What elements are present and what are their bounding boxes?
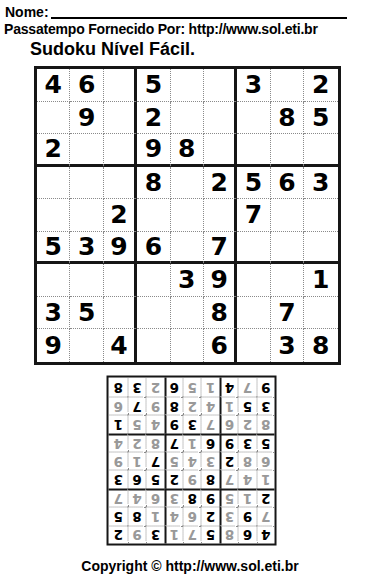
sudoku-cell-r4c1 — [37, 167, 70, 200]
solution-cell-r9c7: 2 — [146, 378, 164, 396]
sudoku-cell-r5c8 — [271, 199, 304, 232]
sudoku-cell-r6c5 — [171, 232, 204, 265]
solution-cell-r8c6: 8 — [164, 396, 182, 414]
solution-cell-r4c5: 9 — [183, 470, 201, 488]
solution-cell-r5c2: 8 — [238, 452, 256, 470]
sudoku-cell-r5c6 — [204, 199, 237, 232]
sudoku-cell-r9c4 — [137, 329, 170, 362]
sudoku-cell-r2c1 — [37, 102, 70, 135]
solution-cell-r2c4: 2 — [201, 507, 219, 525]
sudoku-cell-r6c6: 7 — [204, 232, 237, 265]
solution-cell-r5c8: 1 — [127, 452, 145, 470]
sudoku-cell-r8c1: 3 — [37, 297, 70, 330]
sudoku-cell-r6c3: 9 — [104, 232, 137, 265]
sudoku-cell-r1c3 — [104, 69, 137, 102]
solution-cell-r6c9: 4 — [109, 433, 127, 451]
solution-cell-r6c3: 9 — [219, 433, 237, 451]
solution-cell-r1c5: 7 — [183, 525, 201, 543]
sudoku-cell-r7c9: 1 — [304, 264, 337, 297]
solution-cell-r7c1: 8 — [256, 415, 274, 433]
page-title: Sudoku Nível Fácil. — [30, 40, 195, 59]
sudoku-cell-r7c1 — [37, 264, 70, 297]
solution-cell-r4c3: 7 — [219, 470, 237, 488]
sudoku-cell-r8c9 — [304, 297, 337, 330]
sudoku-cell-r3c4: 9 — [137, 134, 170, 167]
sudoku-cell-r6c2: 3 — [70, 232, 103, 265]
sudoku-cell-r7c3 — [104, 264, 137, 297]
solution-cell-r7c5: 3 — [183, 415, 201, 433]
solution-cell-r2c5: 6 — [183, 507, 201, 525]
sudoku-cell-r2c2: 9 — [70, 102, 103, 135]
name-fill-line — [51, 4, 347, 19]
sudoku-cell-r6c8 — [271, 232, 304, 265]
solution-cell-r7c2: 2 — [238, 415, 256, 433]
solution-cell-r9c5: 5 — [183, 378, 201, 396]
sudoku-cell-r1c2: 6 — [70, 69, 103, 102]
sudoku-cell-r4c8: 6 — [271, 167, 304, 200]
sudoku-cell-r8c8: 7 — [271, 297, 304, 330]
sudoku-cell-r9c1: 9 — [37, 329, 70, 362]
solution-cell-r4c1: 1 — [256, 470, 274, 488]
sudoku-cell-r3c5: 8 — [171, 134, 204, 167]
sudoku-cell-r4c7: 5 — [237, 167, 270, 200]
solution-cell-r2c1: 7 — [256, 507, 274, 525]
sudoku-cell-r5c4 — [137, 199, 170, 232]
solution-cell-r4c8: 6 — [127, 470, 145, 488]
solution-cell-r2c8: 8 — [127, 507, 145, 525]
name-label: Nome: — [5, 5, 49, 19]
sudoku-cell-r8c3 — [104, 297, 137, 330]
solution-cell-r8c7: 9 — [146, 396, 164, 414]
sudoku-cell-r3c2 — [70, 134, 103, 167]
solution-cell-r4c4: 8 — [201, 470, 219, 488]
copyright-footer: Copyright © http://www.sol.eti.br — [0, 558, 380, 574]
sudoku-cell-r3c7 — [237, 134, 270, 167]
solution-cell-r2c9: 5 — [109, 507, 127, 525]
solution-cell-r1c1: 4 — [256, 525, 274, 543]
sudoku-cell-r1c1: 4 — [37, 69, 70, 102]
solution-cell-r8c9: 6 — [109, 396, 127, 414]
solution-cell-r4c7: 5 — [146, 470, 164, 488]
solution-cell-r1c3: 8 — [219, 525, 237, 543]
sudoku-cell-r1c7: 3 — [237, 69, 270, 102]
sudoku-cell-r4c5 — [171, 167, 204, 200]
solution-cell-r8c2: 5 — [238, 396, 256, 414]
sudoku-cell-r8c5 — [171, 297, 204, 330]
solution-cell-r3c4: 9 — [201, 488, 219, 506]
sudoku-cell-r2c3 — [104, 102, 137, 135]
sudoku-cell-r4c2 — [70, 167, 103, 200]
solution-cell-r7c3: 6 — [219, 415, 237, 433]
solution-cell-r9c9: 8 — [109, 378, 127, 396]
solution-cell-r6c2: 3 — [238, 433, 256, 451]
sudoku-cell-r2c5 — [171, 102, 204, 135]
sudoku-cell-r6c7 — [237, 232, 270, 265]
sudoku-cell-r8c7 — [237, 297, 270, 330]
sudoku-cell-r2c6 — [204, 102, 237, 135]
solution-cell-r3c5: 8 — [183, 488, 201, 506]
sudoku-cell-r7c4 — [137, 264, 170, 297]
sudoku-cell-r3c1: 2 — [37, 134, 70, 167]
solution-cell-r3c7: 6 — [146, 488, 164, 506]
sudoku-cell-r9c3: 4 — [104, 329, 137, 362]
sudoku-cell-r5c3: 2 — [104, 199, 137, 232]
solution-cell-r9c8: 3 — [127, 378, 145, 396]
solution-cell-r6c7: 8 — [146, 433, 164, 451]
solution-cell-r9c6: 6 — [164, 378, 182, 396]
sudoku-cell-r9c9: 8 — [304, 329, 337, 362]
sudoku-cell-r2c8: 8 — [271, 102, 304, 135]
sudoku-cell-r6c9 — [304, 232, 337, 265]
solution-cell-r5c7: 7 — [146, 452, 164, 470]
sudoku-cell-r2c7 — [237, 102, 270, 135]
solution-cell-r6c6: 7 — [164, 433, 182, 451]
sudoku-cell-r4c6: 2 — [204, 167, 237, 200]
solution-cell-r5c5: 4 — [183, 452, 201, 470]
sudoku-cell-r1c6 — [204, 69, 237, 102]
solution-cell-r8c4: 4 — [201, 396, 219, 414]
solution-cell-r3c9: 7 — [109, 488, 127, 506]
solution-cell-r5c1: 6 — [256, 452, 274, 470]
main-sudoku-grid: 465329285298825632753967391358794638 — [34, 66, 341, 365]
solution-cell-r9c4: 1 — [201, 378, 219, 396]
sudoku-cell-r8c2: 5 — [70, 297, 103, 330]
sudoku-cell-r2c9: 5 — [304, 102, 337, 135]
sudoku-cell-r8c4 — [137, 297, 170, 330]
solution-cell-r5c6: 5 — [164, 452, 182, 470]
solution-cell-r7c8: 5 — [127, 415, 145, 433]
solution-cell-r7c4: 7 — [201, 415, 219, 433]
solution-cell-r3c1: 2 — [256, 488, 274, 506]
solution-cell-r6c8: 2 — [127, 433, 145, 451]
solution-cell-r4c6: 2 — [164, 470, 182, 488]
solution-cell-r1c6: 1 — [164, 525, 182, 543]
solution-cell-r1c9: 2 — [109, 525, 127, 543]
provider-line: Passatempo Fornecido Por: http://www.sol… — [4, 22, 380, 37]
solution-cell-r6c5: 1 — [183, 433, 201, 451]
sudoku-cell-r3c3 — [104, 134, 137, 167]
solution-cell-r7c6: 9 — [164, 415, 182, 433]
sudoku-cell-r1c8 — [271, 69, 304, 102]
sudoku-cell-r5c1 — [37, 199, 70, 232]
sudoku-cell-r1c9: 2 — [304, 69, 337, 102]
sudoku-cell-r5c2 — [70, 199, 103, 232]
solution-cell-r8c1: 3 — [256, 396, 274, 414]
solution-cell-r5c9: 9 — [109, 452, 127, 470]
solution-cell-r4c2: 4 — [238, 470, 256, 488]
sudoku-cell-r1c4: 5 — [137, 69, 170, 102]
solution-cell-r2c6: 4 — [164, 507, 182, 525]
sudoku-cell-r4c4: 8 — [137, 167, 170, 200]
solution-cell-r7c7: 4 — [146, 415, 164, 433]
sudoku-cell-r5c7: 7 — [237, 199, 270, 232]
solution-cell-r8c5: 2 — [183, 396, 201, 414]
solution-cell-r4c9: 3 — [109, 470, 127, 488]
sudoku-cell-r9c8: 3 — [271, 329, 304, 362]
solution-cell-r6c1: 5 — [256, 433, 274, 451]
sudoku-cell-r6c4: 6 — [137, 232, 170, 265]
solution-cell-r3c8: 4 — [127, 488, 145, 506]
solution-cell-r1c8: 9 — [127, 525, 145, 543]
sudoku-cell-r8c6: 8 — [204, 297, 237, 330]
solution-cell-r2c7: 1 — [146, 507, 164, 525]
solution-cell-r3c6: 3 — [164, 488, 182, 506]
sudoku-cell-r3c9 — [304, 134, 337, 167]
sudoku-cell-r4c3 — [104, 167, 137, 200]
solution-cell-r5c4: 3 — [201, 452, 219, 470]
sudoku-cell-r2c4: 2 — [137, 102, 170, 135]
sudoku-cell-r7c8 — [271, 264, 304, 297]
solution-cell-r9c3: 4 — [219, 378, 237, 396]
solution-cell-r9c1: 9 — [256, 378, 274, 396]
sudoku-cell-r6c1: 5 — [37, 232, 70, 265]
sudoku-cell-r1c5 — [171, 69, 204, 102]
solution-cell-r8c8: 7 — [127, 396, 145, 414]
sudoku-cell-r7c2 — [70, 264, 103, 297]
solution-cell-r1c4: 5 — [201, 525, 219, 543]
sudoku-cell-r5c5 — [171, 199, 204, 232]
sudoku-cell-r7c6: 9 — [204, 264, 237, 297]
solution-cell-r6c4: 6 — [201, 433, 219, 451]
solution-cell-r2c3: 3 — [219, 507, 237, 525]
sudoku-cell-r9c5 — [171, 329, 204, 362]
solution-grid-upside-down: 4685713927932641852159836471478925636823… — [107, 376, 277, 546]
sudoku-cell-r9c7 — [237, 329, 270, 362]
sudoku-cell-r9c6: 6 — [204, 329, 237, 362]
name-row: Nome: — [5, 4, 347, 19]
solution-cell-r7c9: 1 — [109, 415, 127, 433]
sudoku-cell-r3c8 — [271, 134, 304, 167]
sudoku-cell-r4c9: 3 — [304, 167, 337, 200]
solution-cell-r3c2: 1 — [238, 488, 256, 506]
solution-cell-r9c2: 7 — [238, 378, 256, 396]
solution-cell-r8c3: 1 — [219, 396, 237, 414]
sudoku-cell-r7c5: 3 — [171, 264, 204, 297]
sudoku-cell-r9c2 — [70, 329, 103, 362]
solution-cell-r3c3: 5 — [219, 488, 237, 506]
solution-cell-r1c2: 6 — [238, 525, 256, 543]
sudoku-cell-r5c9 — [304, 199, 337, 232]
solution-cell-r1c7: 3 — [146, 525, 164, 543]
solution-cell-r5c3: 2 — [219, 452, 237, 470]
sudoku-cell-r3c6 — [204, 134, 237, 167]
sudoku-cell-r7c7 — [237, 264, 270, 297]
solution-cell-r2c2: 9 — [238, 507, 256, 525]
